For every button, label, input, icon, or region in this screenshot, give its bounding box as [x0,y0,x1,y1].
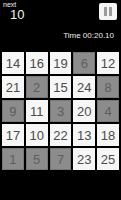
grid-cell-12[interactable]: 12 [97,52,119,74]
grid-cell-5[interactable]: 5 [26,148,48,170]
grid-cell-19[interactable]: 19 [50,52,72,74]
grid-cell-1[interactable]: 1 [2,148,24,170]
grid-cell-14[interactable]: 14 [2,52,24,74]
time-display: Time 00:20.10 [63,31,114,40]
grid-cell-16[interactable]: 16 [26,52,48,74]
grid-cell-22[interactable]: 22 [50,124,72,146]
grid-cell-20[interactable]: 20 [73,100,95,122]
grid-cell-7[interactable]: 7 [50,148,72,170]
grid-cell-21[interactable]: 21 [2,76,24,98]
grid-cell-25[interactable]: 25 [97,148,119,170]
pause-icon [109,7,112,16]
grid-cell-11[interactable]: 11 [26,100,48,122]
grid-cell-15[interactable]: 15 [50,76,72,98]
grid-cell-2[interactable]: 2 [26,76,48,98]
grid-cell-18[interactable]: 18 [97,124,119,146]
number-grid: 1416196122121524891132041710221318157232… [2,52,119,170]
pause-icon [104,7,107,16]
grid-cell-10[interactable]: 10 [26,124,48,146]
pause-button[interactable] [99,3,117,20]
grid-cell-3[interactable]: 3 [50,100,72,122]
grid-cell-9[interactable]: 9 [2,100,24,122]
grid-cell-6[interactable]: 6 [73,52,95,74]
next-number-value: 10 [10,8,24,22]
grid-cell-24[interactable]: 24 [73,76,95,98]
game-screen: next 10 Time 00:20.10 141619612212152489… [0,0,121,200]
grid-cell-8[interactable]: 8 [97,76,119,98]
grid-cell-17[interactable]: 17 [2,124,24,146]
grid-cell-4[interactable]: 4 [97,100,119,122]
grid-cell-13[interactable]: 13 [73,124,95,146]
grid-cell-23[interactable]: 23 [73,148,95,170]
